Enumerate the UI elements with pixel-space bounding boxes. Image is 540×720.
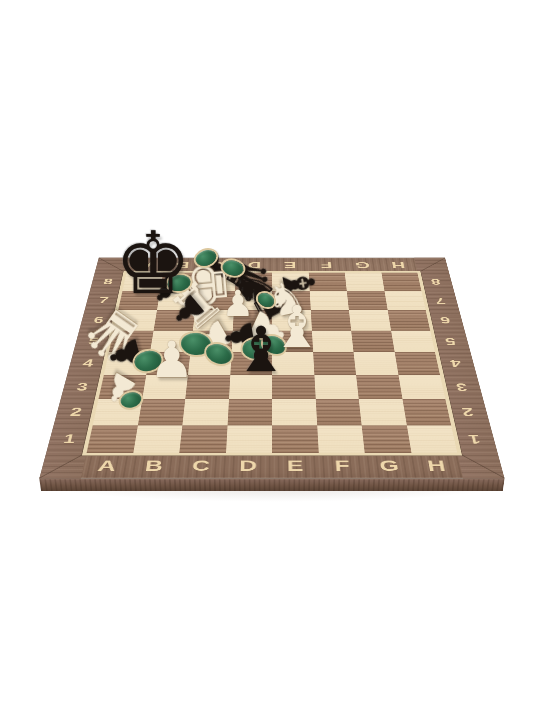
square-g1 xyxy=(362,425,411,453)
square-b1 xyxy=(133,425,182,453)
square-d3 xyxy=(229,375,272,399)
square-d2 xyxy=(227,399,272,425)
square-h1 xyxy=(406,425,457,453)
square-e2 xyxy=(272,399,317,425)
square-a7 xyxy=(118,291,160,310)
square-g3 xyxy=(356,375,402,399)
square-c7 xyxy=(195,291,235,310)
square-e1 xyxy=(272,425,318,453)
square-b2 xyxy=(138,399,186,425)
square-g7 xyxy=(347,291,388,310)
square-b3 xyxy=(142,375,188,399)
square-f3 xyxy=(314,375,359,399)
square-g5 xyxy=(351,330,394,352)
square-f1 xyxy=(317,425,365,453)
square-e7 xyxy=(272,291,310,310)
square-b7 xyxy=(157,291,198,310)
square-a5 xyxy=(109,330,153,352)
square-h7 xyxy=(384,291,426,310)
square-g2 xyxy=(359,399,407,425)
square-c1 xyxy=(179,425,227,453)
square-b6 xyxy=(153,310,195,330)
square-c2 xyxy=(182,399,228,425)
square-b8 xyxy=(160,273,199,291)
square-d7 xyxy=(234,291,272,310)
square-h3 xyxy=(398,375,445,399)
square-h8 xyxy=(381,273,421,291)
square-g8 xyxy=(345,273,384,291)
square-e3 xyxy=(272,375,315,399)
product-photo-canvas: ABCDEFGH ABCDEFGH 87654321 87654321 ♟♛♚♟… xyxy=(0,0,540,720)
square-f2 xyxy=(315,399,361,425)
square-c5 xyxy=(190,330,232,352)
square-d8 xyxy=(235,273,272,291)
square-h2 xyxy=(402,399,451,425)
square-c8 xyxy=(197,273,235,291)
square-a2 xyxy=(93,399,142,425)
square-a3 xyxy=(98,375,145,399)
square-c3 xyxy=(185,375,230,399)
square-f6 xyxy=(310,310,351,330)
square-e5 xyxy=(272,330,313,352)
square-d1 xyxy=(226,425,272,453)
board-front-edge xyxy=(39,479,504,491)
square-a8 xyxy=(122,273,162,291)
square-f8 xyxy=(308,273,346,291)
square-e8 xyxy=(272,273,309,291)
square-f7 xyxy=(309,291,349,310)
square-a1 xyxy=(87,425,138,453)
chess-board: ABCDEFGH ABCDEFGH 87654321 87654321 xyxy=(39,258,504,479)
square-h6 xyxy=(387,310,430,330)
square-d6 xyxy=(232,310,272,330)
